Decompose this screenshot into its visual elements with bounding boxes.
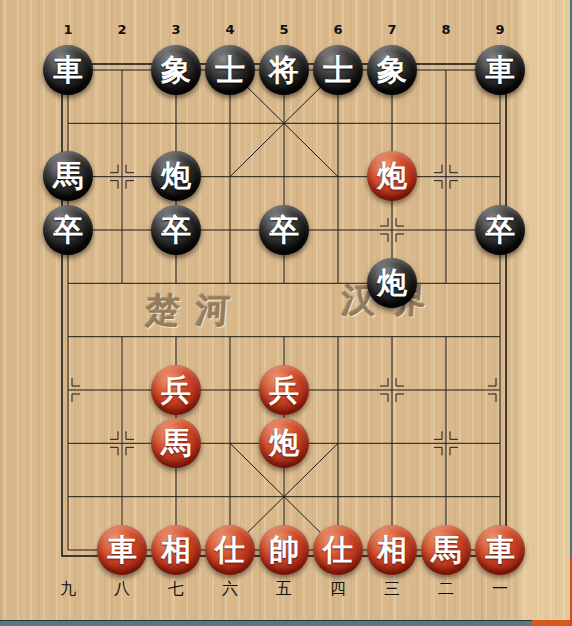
bottom-file-label-7: 三 <box>365 579 419 600</box>
top-file-label-3: 3 <box>149 22 203 37</box>
piece-black-elephant[interactable]: 象 <box>367 45 417 95</box>
top-file-label-8: 8 <box>419 22 473 37</box>
piece-grid: 車象士将士象車馬炮炮卒卒卒卒炮兵兵馬炮車相仕帥仕相馬車 <box>41 43 527 576</box>
piece-red-general[interactable]: 帥 <box>259 525 309 575</box>
bottom-file-label-5: 五 <box>257 579 311 600</box>
piece-red-elephant[interactable]: 相 <box>151 525 201 575</box>
piece-black-soldier[interactable]: 卒 <box>43 205 93 255</box>
piece-black-chariot[interactable]: 車 <box>43 45 93 95</box>
xiangqi-board: 楚河 汉界 123456789 九八七六五四三二一 車象士将士象車馬炮炮卒卒卒卒… <box>0 0 572 626</box>
piece-black-general[interactable]: 将 <box>259 45 309 95</box>
piece-red-horse[interactable]: 馬 <box>421 525 471 575</box>
bottom-file-label-1: 九 <box>41 579 95 600</box>
piece-red-soldier[interactable]: 兵 <box>259 365 309 415</box>
piece-red-advisor[interactable]: 仕 <box>205 525 255 575</box>
top-file-label-1: 1 <box>41 22 95 37</box>
piece-black-horse[interactable]: 馬 <box>43 151 93 201</box>
piece-black-soldier[interactable]: 卒 <box>259 205 309 255</box>
piece-red-elephant[interactable]: 相 <box>367 525 417 575</box>
top-file-label-4: 4 <box>203 22 257 37</box>
piece-red-soldier[interactable]: 兵 <box>151 365 201 415</box>
piece-black-chariot[interactable]: 車 <box>475 45 525 95</box>
piece-red-cannon[interactable]: 炮 <box>367 151 417 201</box>
bottom-file-label-2: 八 <box>95 579 149 600</box>
piece-black-soldier[interactable]: 卒 <box>475 205 525 255</box>
bottom-edge-bar <box>0 620 532 626</box>
bottom-file-label-4: 六 <box>203 579 257 600</box>
piece-black-soldier[interactable]: 卒 <box>151 205 201 255</box>
piece-black-cannon[interactable]: 炮 <box>151 151 201 201</box>
piece-black-advisor[interactable]: 士 <box>313 45 363 95</box>
bottom-file-label-8: 二 <box>419 579 473 600</box>
top-file-label-6: 6 <box>311 22 365 37</box>
bottom-file-label-6: 四 <box>311 579 365 600</box>
piece-red-chariot[interactable]: 車 <box>97 525 147 575</box>
top-file-label-5: 5 <box>257 22 311 37</box>
piece-red-horse[interactable]: 馬 <box>151 418 201 468</box>
bottom-file-label-9: 一 <box>473 579 527 600</box>
piece-black-cannon[interactable]: 炮 <box>367 258 417 308</box>
top-file-label-2: 2 <box>95 22 149 37</box>
bottom-edge-bar-corner <box>532 620 572 626</box>
piece-red-chariot[interactable]: 車 <box>475 525 525 575</box>
piece-red-advisor[interactable]: 仕 <box>313 525 363 575</box>
top-file-label-9: 9 <box>473 22 527 37</box>
bottom-file-label-3: 七 <box>149 579 203 600</box>
piece-black-elephant[interactable]: 象 <box>151 45 201 95</box>
piece-black-advisor[interactable]: 士 <box>205 45 255 95</box>
top-file-label-7: 7 <box>365 22 419 37</box>
piece-red-cannon[interactable]: 炮 <box>259 418 309 468</box>
